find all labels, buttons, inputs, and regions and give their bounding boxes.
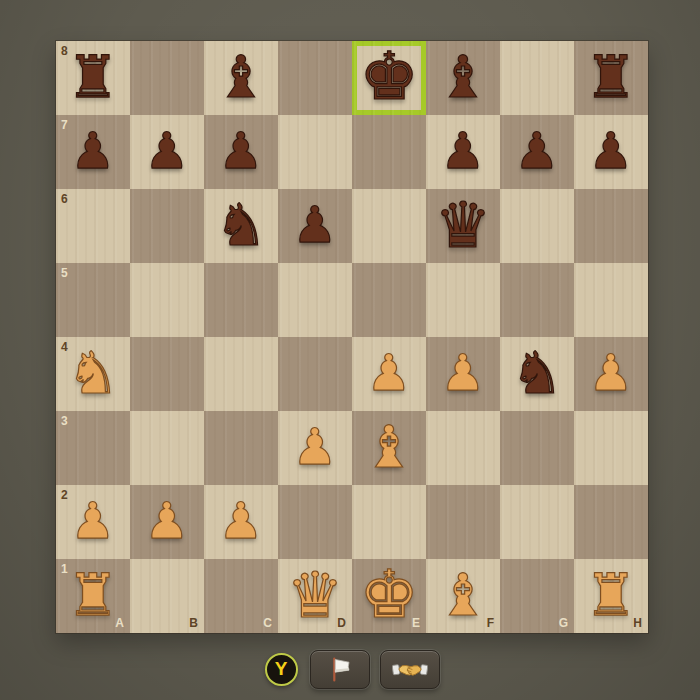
rank-label-4: 4 [61,340,68,354]
rank-label-5: 5 [61,266,68,280]
piece-black-queen[interactable]: ♛ [435,194,491,257]
piece-white-pawn[interactable]: ♟ [219,496,264,546]
square-e4[interactable]: ♟ [352,337,426,411]
square-b7[interactable]: ♟ [130,115,204,189]
piece-black-knight[interactable]: ♞ [511,344,563,402]
piece-white-queen[interactable]: ♛ [287,564,343,627]
rank-label-3: 3 [61,414,68,428]
square-d7[interactable] [278,115,352,189]
piece-black-pawn[interactable]: ♟ [219,126,264,176]
square-c2[interactable]: ♟ [204,485,278,559]
piece-black-pawn[interactable]: ♟ [293,200,338,250]
square-a7[interactable]: 7♟ [56,115,130,189]
rank-label-1: 1 [61,562,68,576]
piece-white-pawn[interactable]: ♟ [71,496,116,546]
file-label-h: H [633,616,642,630]
piece-black-pawn[interactable]: ♟ [515,126,560,176]
square-e8[interactable]: ♚ [352,41,426,115]
square-a3[interactable]: 3 [56,411,130,485]
file-label-c: C [263,616,272,630]
square-g5[interactable] [500,263,574,337]
square-b8[interactable] [130,41,204,115]
piece-black-pawn[interactable]: ♟ [145,126,190,176]
square-b6[interactable] [130,189,204,263]
square-c8[interactable]: ♝ [204,41,278,115]
square-h8[interactable]: ♜ [574,41,648,115]
square-g2[interactable] [500,485,574,559]
piece-black-bishop[interactable]: ♝ [215,48,267,106]
piece-white-pawn[interactable]: ♟ [145,496,190,546]
file-label-d: D [337,616,346,630]
square-d2[interactable] [278,485,352,559]
square-g7[interactable]: ♟ [500,115,574,189]
piece-black-knight[interactable]: ♞ [215,196,267,254]
square-f8[interactable]: ♝ [426,41,500,115]
square-c1[interactable]: C [204,559,278,633]
square-d6[interactable]: ♟ [278,189,352,263]
square-d5[interactable] [278,263,352,337]
square-a8[interactable]: 8♜ [56,41,130,115]
square-c5[interactable] [204,263,278,337]
square-a6[interactable]: 6 [56,189,130,263]
square-c7[interactable]: ♟ [204,115,278,189]
piece-white-bishop[interactable]: ♝ [363,418,415,476]
square-b2[interactable]: ♟ [130,485,204,559]
square-a5[interactable]: 5 [56,263,130,337]
rank-label-7: 7 [61,118,68,132]
square-h5[interactable] [574,263,648,337]
player-turn-badge[interactable]: Y [265,653,298,686]
square-f5[interactable] [426,263,500,337]
square-c3[interactable] [204,411,278,485]
handshake-icon [392,659,428,680]
file-label-e: E [412,616,420,630]
piece-white-rook[interactable]: ♜ [585,566,637,624]
file-label-a: A [115,616,124,630]
piece-white-pawn[interactable]: ♟ [589,348,634,398]
draw-button[interactable] [380,650,440,689]
square-c6[interactable]: ♞ [204,189,278,263]
square-e3[interactable]: ♝ [352,411,426,485]
piece-black-pawn[interactable]: ♟ [441,126,486,176]
square-b3[interactable] [130,411,204,485]
file-label-f: F [487,616,494,630]
white-flag-icon [329,656,351,683]
piece-black-rook[interactable]: ♜ [585,48,637,106]
square-h2[interactable] [574,485,648,559]
square-d1[interactable]: D♛ [278,559,352,633]
square-d8[interactable] [278,41,352,115]
rank-label-8: 8 [61,44,68,58]
piece-white-king[interactable]: ♚ [359,562,418,628]
square-b4[interactable] [130,337,204,411]
square-g1[interactable]: G [500,559,574,633]
square-f1[interactable]: F♝ [426,559,500,633]
square-e2[interactable] [352,485,426,559]
square-b1[interactable]: B [130,559,204,633]
resign-button[interactable] [310,650,370,689]
square-e5[interactable] [352,263,426,337]
square-g3[interactable] [500,411,574,485]
rank-label-2: 2 [61,488,68,502]
rank-label-6: 6 [61,192,68,206]
square-h1[interactable]: H♜ [574,559,648,633]
square-f2[interactable] [426,485,500,559]
chess-board: 8♜♝♚♝♜7♟♟♟♟♟♟6♞♟♛54♞♟♟♞♟3♟♝2♟♟♟1A♜BCD♛E♚… [56,41,648,633]
square-g8[interactable] [500,41,574,115]
square-h3[interactable] [574,411,648,485]
square-g4[interactable]: ♞ [500,337,574,411]
file-label-g: G [559,616,568,630]
piece-black-king[interactable]: ♚ [359,44,418,110]
square-f4[interactable]: ♟ [426,337,500,411]
square-d3[interactable]: ♟ [278,411,352,485]
square-e1[interactable]: E♚ [352,559,426,633]
square-e6[interactable] [352,189,426,263]
square-a4[interactable]: 4♞ [56,337,130,411]
piece-black-bishop[interactable]: ♝ [437,48,489,106]
square-a1[interactable]: 1A♜ [56,559,130,633]
game-controls: Y [56,648,648,690]
square-a2[interactable]: 2♟ [56,485,130,559]
piece-white-pawn[interactable]: ♟ [293,422,338,472]
piece-black-pawn[interactable]: ♟ [71,126,116,176]
square-h7[interactable]: ♟ [574,115,648,189]
square-d4[interactable] [278,337,352,411]
square-f3[interactable] [426,411,500,485]
square-b5[interactable] [130,263,204,337]
square-g6[interactable] [500,189,574,263]
square-h6[interactable] [574,189,648,263]
piece-white-pawn[interactable]: ♟ [441,348,486,398]
piece-white-rook[interactable]: ♜ [67,566,119,624]
square-c4[interactable] [204,337,278,411]
piece-black-rook[interactable]: ♜ [67,48,119,106]
square-f6[interactable]: ♛ [426,189,500,263]
piece-black-pawn[interactable]: ♟ [589,126,634,176]
square-h4[interactable]: ♟ [574,337,648,411]
player-turn-badge-label: Y [275,658,288,680]
piece-white-knight[interactable]: ♞ [67,344,119,402]
square-e7[interactable] [352,115,426,189]
file-label-b: B [189,616,198,630]
piece-white-pawn[interactable]: ♟ [367,348,412,398]
piece-white-bishop[interactable]: ♝ [437,566,489,624]
square-f7[interactable]: ♟ [426,115,500,189]
